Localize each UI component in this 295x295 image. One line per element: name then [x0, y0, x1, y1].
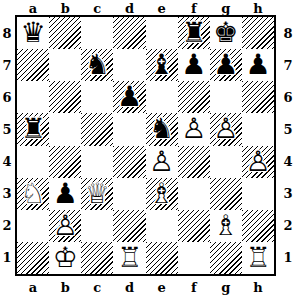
file-label: a: [17, 280, 49, 294]
square-b6[interactable]: [49, 81, 81, 113]
piece-black-rook-icon: ♜♜: [178, 17, 210, 49]
square-e3[interactable]: ♝♗: [146, 178, 178, 210]
square-h4[interactable]: ♟♙: [242, 146, 274, 178]
square-d2[interactable]: [113, 210, 145, 242]
piece-white-bishop-icon: ♝♗: [210, 210, 242, 242]
piece-glyph: ♟: [181, 51, 206, 79]
square-e8[interactable]: [146, 17, 178, 49]
square-g2[interactable]: ♝♗: [210, 210, 242, 242]
square-b3[interactable]: ♟♟: [49, 178, 81, 210]
square-d3[interactable]: [113, 178, 145, 210]
piece-glyph: ♙: [53, 212, 78, 240]
rank-label: 5: [0, 113, 14, 145]
square-a5[interactable]: ♜♜: [17, 113, 49, 145]
piece-white-pawn-icon: ♟♙: [210, 113, 242, 145]
square-d4[interactable]: [113, 146, 145, 178]
piece-black-pawn-icon: ♟♟: [210, 49, 242, 81]
square-f8[interactable]: ♜♜: [178, 17, 210, 49]
piece-glyph: ♟: [245, 51, 270, 79]
chessboard: ♛♛♜♜♚♚♞♞♝♝♟♟♟♟♟♟♟♟♜♜♞♞♟♙♟♙♟♙♟♙♞♘♟♟♛♕♝♗♟♙…: [15, 15, 276, 276]
piece-glyph: ♟: [53, 180, 78, 208]
file-label: b: [49, 1, 81, 15]
square-f3[interactable]: [178, 178, 210, 210]
square-d7[interactable]: [113, 49, 145, 81]
piece-glyph: ♜: [21, 115, 46, 143]
rank-label: 7: [0, 49, 14, 81]
square-a1[interactable]: [17, 242, 49, 274]
file-labels-bottom: abcdefgh: [17, 280, 274, 294]
piece-glyph: ♛: [21, 19, 46, 47]
square-a2[interactable]: [17, 210, 49, 242]
file-label: f: [178, 1, 210, 15]
file-label: h: [242, 1, 274, 15]
square-a8[interactable]: ♛♛: [17, 17, 49, 49]
square-e5[interactable]: ♞♞: [146, 113, 178, 145]
square-e4[interactable]: ♟♙: [146, 146, 178, 178]
square-d5[interactable]: [113, 113, 145, 145]
piece-black-knight-icon: ♞♞: [146, 113, 178, 145]
piece-white-bishop-icon: ♝♗: [146, 178, 178, 210]
square-f7[interactable]: ♟♟: [178, 49, 210, 81]
square-b1[interactable]: ♚♔: [49, 242, 81, 274]
piece-glyph: ♗: [213, 212, 238, 240]
rank-label: 7: [281, 49, 295, 81]
square-c5[interactable]: [81, 113, 113, 145]
square-b8[interactable]: [49, 17, 81, 49]
rank-label: 5: [281, 113, 295, 145]
piece-white-rook-icon: ♜♖: [113, 242, 145, 274]
piece-black-pawn-icon: ♟♟: [242, 49, 274, 81]
square-f6[interactable]: [178, 81, 210, 113]
piece-glyph: ♕: [85, 180, 110, 208]
square-c8[interactable]: [81, 17, 113, 49]
piece-black-king-icon: ♚♚: [210, 17, 242, 49]
piece-glyph: ♞: [85, 51, 110, 79]
square-e1[interactable]: [146, 242, 178, 274]
file-label: h: [242, 280, 274, 294]
piece-glyph: ♚: [213, 19, 238, 47]
square-a4[interactable]: [17, 146, 49, 178]
rank-label: 8: [0, 17, 14, 49]
piece-black-bishop-icon: ♝♝: [146, 49, 178, 81]
file-label: c: [81, 280, 113, 294]
square-c4[interactable]: [81, 146, 113, 178]
square-e6[interactable]: [146, 81, 178, 113]
square-c6[interactable]: [81, 81, 113, 113]
file-label: e: [146, 1, 178, 15]
square-g4[interactable]: [210, 146, 242, 178]
piece-white-king-icon: ♚♔: [49, 242, 81, 274]
square-b7[interactable]: [49, 49, 81, 81]
rank-label: 3: [281, 178, 295, 210]
rank-label: 8: [281, 17, 295, 49]
file-label: d: [113, 280, 145, 294]
square-h5[interactable]: [242, 113, 274, 145]
piece-black-pawn-icon: ♟♟: [49, 178, 81, 210]
piece-white-pawn-icon: ♟♙: [146, 146, 178, 178]
piece-glyph: ♙: [181, 115, 206, 143]
rank-label: 4: [281, 146, 295, 178]
piece-glyph: ♙: [149, 148, 174, 176]
piece-glyph: ♘: [21, 180, 46, 208]
square-a3[interactable]: ♞♘: [17, 178, 49, 210]
piece-white-queen-icon: ♛♕: [81, 178, 113, 210]
rank-label: 3: [0, 178, 14, 210]
square-a6[interactable]: [17, 81, 49, 113]
piece-glyph: ♖: [245, 244, 270, 272]
piece-black-knight-icon: ♞♞: [81, 49, 113, 81]
square-d6[interactable]: ♟♟: [113, 81, 145, 113]
rank-label: 6: [281, 81, 295, 113]
square-e2[interactable]: [146, 210, 178, 242]
file-label: a: [17, 1, 49, 15]
rank-label: 4: [0, 146, 14, 178]
rank-labels-left: 87654321: [0, 17, 14, 274]
square-f2[interactable]: [178, 210, 210, 242]
piece-glyph: ♝: [149, 51, 174, 79]
square-g5[interactable]: ♟♙: [210, 113, 242, 145]
piece-glyph: ♔: [53, 244, 78, 272]
file-label: g: [210, 280, 242, 294]
piece-glyph: ♜: [181, 19, 206, 47]
square-h2[interactable]: [242, 210, 274, 242]
file-label: f: [178, 280, 210, 294]
square-f4[interactable]: [178, 146, 210, 178]
square-h7[interactable]: ♟♟: [242, 49, 274, 81]
square-c3[interactable]: ♛♕: [81, 178, 113, 210]
rank-label: 2: [0, 210, 14, 242]
piece-glyph: ♟: [117, 83, 142, 111]
piece-white-pawn-icon: ♟♙: [242, 146, 274, 178]
square-c1[interactable]: [81, 242, 113, 274]
square-g1[interactable]: [210, 242, 242, 274]
square-h3[interactable]: [242, 178, 274, 210]
square-g3[interactable]: [210, 178, 242, 210]
piece-glyph: ♙: [213, 115, 238, 143]
piece-white-pawn-icon: ♟♙: [49, 210, 81, 242]
square-e7[interactable]: ♝♝: [146, 49, 178, 81]
square-h1[interactable]: ♜♖: [242, 242, 274, 274]
square-c7[interactable]: ♞♞: [81, 49, 113, 81]
file-label: e: [146, 280, 178, 294]
square-g6[interactable]: [210, 81, 242, 113]
square-h6[interactable]: [242, 81, 274, 113]
file-label: c: [81, 1, 113, 15]
rank-label: 6: [0, 81, 14, 113]
piece-glyph: ♞: [149, 115, 174, 143]
rank-labels-right: 87654321: [281, 17, 295, 274]
square-a7[interactable]: [17, 49, 49, 81]
rank-label: 1: [281, 242, 295, 274]
square-h8[interactable]: [242, 17, 274, 49]
piece-glyph: ♖: [117, 244, 142, 272]
rank-label: 1: [0, 242, 14, 274]
piece-glyph: ♗: [149, 180, 174, 208]
square-d8[interactable]: [113, 17, 145, 49]
piece-black-pawn-icon: ♟♟: [178, 49, 210, 81]
piece-black-queen-icon: ♛♛: [17, 17, 49, 49]
square-f1[interactable]: [178, 242, 210, 274]
piece-glyph: ♟: [213, 51, 238, 79]
square-b4[interactable]: [49, 146, 81, 178]
square-b2[interactable]: ♟♙: [49, 210, 81, 242]
square-b5[interactable]: [49, 113, 81, 145]
piece-black-pawn-icon: ♟♟: [113, 81, 145, 113]
piece-white-knight-icon: ♞♘: [17, 178, 49, 210]
piece-white-rook-icon: ♜♖: [242, 242, 274, 274]
piece-black-rook-icon: ♜♜: [17, 113, 49, 145]
file-label: b: [49, 280, 81, 294]
square-c2[interactable]: [81, 210, 113, 242]
square-g8[interactable]: ♚♚: [210, 17, 242, 49]
file-labels-top: abcdefgh: [17, 1, 274, 15]
square-d1[interactable]: ♜♖: [113, 242, 145, 274]
chess-diagram: abcdefgh 87654321 ♛♛♜♜♚♚♞♞♝♝♟♟♟♟♟♟♟♟♜♜♞♞…: [0, 0, 295, 295]
square-g7[interactable]: ♟♟: [210, 49, 242, 81]
file-label: g: [210, 1, 242, 15]
rank-label: 2: [281, 210, 295, 242]
piece-white-pawn-icon: ♟♙: [178, 113, 210, 145]
piece-glyph: ♙: [245, 148, 270, 176]
file-label: d: [113, 1, 145, 15]
square-f5[interactable]: ♟♙: [178, 113, 210, 145]
